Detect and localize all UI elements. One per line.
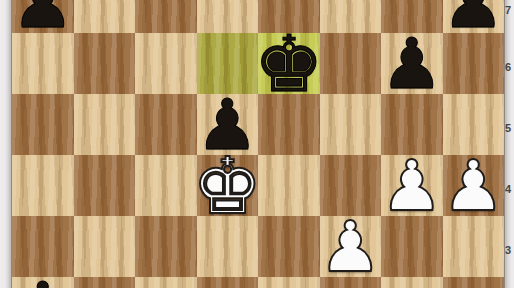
white-pawn[interactable]: ♟ xyxy=(442,151,505,221)
black-king[interactable]: ♚ xyxy=(254,25,324,103)
last-move-square-e6[interactable]: ♚ xyxy=(258,33,320,94)
white-king[interactable]: ♚ xyxy=(192,147,262,225)
square-b6[interactable] xyxy=(74,33,136,94)
square-a7[interactable]: ♟ xyxy=(12,0,74,33)
page-background-left xyxy=(0,0,12,288)
white-pawn[interactable]: ♟ xyxy=(380,151,443,221)
black-pawn[interactable]: ♟ xyxy=(11,0,74,38)
square-e4[interactable] xyxy=(258,155,320,216)
square-e3[interactable] xyxy=(258,216,320,277)
square-d7[interactable] xyxy=(197,0,259,33)
square-c7[interactable] xyxy=(135,0,197,33)
square-g4[interactable]: ♟ xyxy=(381,155,443,216)
square-b3[interactable] xyxy=(74,216,136,277)
square-b5[interactable] xyxy=(74,94,136,155)
square-g2[interactable] xyxy=(381,277,443,288)
black-pawn[interactable]: ♟ xyxy=(442,0,505,38)
rank-label-3: 3 xyxy=(503,243,513,257)
square-a2[interactable]: ♟ xyxy=(12,277,74,288)
rank-label-5: 5 xyxy=(503,121,513,135)
chess-app-screen: ♟♟♚♟♟♚♟♟♟♟ 76543 xyxy=(0,0,514,288)
square-c5[interactable] xyxy=(135,94,197,155)
square-b4[interactable] xyxy=(74,155,136,216)
square-d4[interactable]: ♚ xyxy=(197,155,259,216)
square-f5[interactable] xyxy=(320,94,382,155)
chess-board: ♟♟♚♟♟♚♟♟♟♟ xyxy=(12,0,504,288)
square-f6[interactable] xyxy=(320,33,382,94)
square-c6[interactable] xyxy=(135,33,197,94)
square-d2[interactable] xyxy=(197,277,259,288)
square-c2[interactable] xyxy=(135,277,197,288)
rank-label-4: 4 xyxy=(503,182,513,196)
rank-label-6: 6 xyxy=(503,60,513,74)
square-c4[interactable] xyxy=(135,155,197,216)
square-h7[interactable]: ♟ xyxy=(443,0,505,33)
square-b7[interactable] xyxy=(74,0,136,33)
square-f3[interactable]: ♟ xyxy=(320,216,382,277)
square-g6[interactable]: ♟ xyxy=(381,33,443,94)
square-h4[interactable]: ♟ xyxy=(443,155,505,216)
square-a4[interactable] xyxy=(12,155,74,216)
black-pawn[interactable]: ♟ xyxy=(11,273,74,288)
square-a5[interactable] xyxy=(12,94,74,155)
white-pawn[interactable]: ♟ xyxy=(319,212,382,282)
square-f7[interactable] xyxy=(320,0,382,33)
black-pawn[interactable]: ♟ xyxy=(380,29,443,99)
square-c3[interactable] xyxy=(135,216,197,277)
square-h2[interactable] xyxy=(443,277,505,288)
square-e2[interactable] xyxy=(258,277,320,288)
square-b2[interactable] xyxy=(74,277,136,288)
rank-label-7: 7 xyxy=(503,3,513,17)
